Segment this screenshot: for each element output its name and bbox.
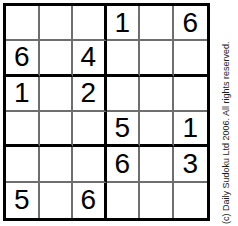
cell-r6c4-empty[interactable] [107, 183, 141, 218]
cell-r3c1-given: 1 [6, 77, 40, 112]
cell-r3c3-given: 2 [73, 77, 107, 112]
cell-r1c1-empty[interactable] [6, 6, 40, 41]
cell-r6c1-given: 5 [6, 183, 40, 218]
cell-r2c5-empty[interactable] [140, 41, 174, 76]
cell-r3c5-empty[interactable] [140, 77, 174, 112]
cell-r2c4-empty[interactable] [107, 41, 141, 76]
cell-r2c2-empty[interactable] [40, 41, 74, 76]
cell-r5c2-empty[interactable] [40, 147, 74, 182]
cell-r6c5-empty[interactable] [140, 183, 174, 218]
cell-r2c6-empty[interactable] [174, 41, 208, 76]
cell-r5c3-empty[interactable] [73, 147, 107, 182]
cell-r4c3-empty[interactable] [73, 112, 107, 147]
cell-r1c3-empty[interactable] [73, 6, 107, 41]
cell-r3c4-empty[interactable] [107, 77, 141, 112]
cell-r6c3-given: 6 [73, 183, 107, 218]
cell-r3c2-empty[interactable] [40, 77, 74, 112]
cell-r4c2-empty[interactable] [40, 112, 74, 147]
cell-r3c6-empty[interactable] [174, 77, 208, 112]
cell-r6c6-empty[interactable] [174, 183, 208, 218]
cell-r5c1-empty[interactable] [6, 147, 40, 182]
cell-r1c6-given: 6 [174, 6, 208, 41]
cell-r5c5-empty[interactable] [140, 147, 174, 182]
cell-r1c5-empty[interactable] [140, 6, 174, 41]
cell-r5c6-given: 3 [174, 147, 208, 182]
cell-r4c6-given: 1 [174, 112, 208, 147]
cell-r5c4-given: 6 [107, 147, 141, 182]
cell-r4c5-empty[interactable] [140, 112, 174, 147]
sudoku-page: 166412516356 (c) Daily Sudoku Ltd 2006. … [0, 0, 238, 226]
cell-r6c2-empty[interactable] [40, 183, 74, 218]
cell-r2c3-given: 4 [73, 41, 107, 76]
sudoku-board: 166412516356 [3, 3, 210, 221]
copyright-text: (c) Daily Sudoku Ltd 2006. All rights re… [221, 2, 234, 224]
cell-r2c1-given: 6 [6, 41, 40, 76]
cell-r4c4-given: 5 [107, 112, 141, 147]
cell-r1c4-given: 1 [107, 6, 141, 41]
cell-r1c2-empty[interactable] [40, 6, 74, 41]
cell-r4c1-empty[interactable] [6, 112, 40, 147]
